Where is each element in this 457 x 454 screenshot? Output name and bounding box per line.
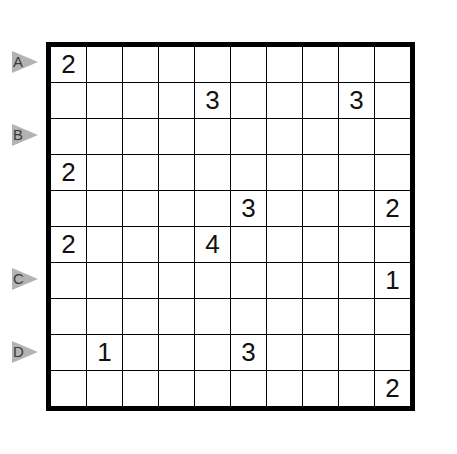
cell-r2c10[interactable] xyxy=(375,83,413,119)
cell-r3c10[interactable] xyxy=(375,119,413,155)
cell-r4c4[interactable] xyxy=(159,155,195,191)
cell-r1c3[interactable] xyxy=(123,45,159,83)
cell-r8c7[interactable] xyxy=(267,299,303,335)
cell-r7c3[interactable] xyxy=(123,263,159,299)
cell-r4c9[interactable] xyxy=(339,155,375,191)
cell-r1c9[interactable] xyxy=(339,45,375,83)
cell-r4c2[interactable] xyxy=(87,155,123,191)
board-row-9: 13 xyxy=(49,335,413,371)
cell-r8c6[interactable] xyxy=(231,299,267,335)
cell-r6c8[interactable] xyxy=(303,227,339,263)
cell-r4c8[interactable] xyxy=(303,155,339,191)
cell-r3c8[interactable] xyxy=(303,119,339,155)
cell-r5c2[interactable] xyxy=(87,191,123,227)
cell-r6c9[interactable] xyxy=(339,227,375,263)
cell-r3c2[interactable] xyxy=(87,119,123,155)
cell-r2c8[interactable] xyxy=(303,83,339,119)
row-marker-B: B xyxy=(8,124,38,146)
cell-r4c10[interactable] xyxy=(375,155,413,191)
cell-r9c6[interactable]: 3 xyxy=(231,335,267,371)
cell-r6c7[interactable] xyxy=(267,227,303,263)
cell-r2c7[interactable] xyxy=(267,83,303,119)
cell-r5c7[interactable] xyxy=(267,191,303,227)
cell-r10c1[interactable] xyxy=(49,371,87,409)
cell-r9c7[interactable] xyxy=(267,335,303,371)
cell-r7c9[interactable] xyxy=(339,263,375,299)
cell-r6c3[interactable] xyxy=(123,227,159,263)
cell-r8c9[interactable] xyxy=(339,299,375,335)
cell-r5c9[interactable] xyxy=(339,191,375,227)
cell-r4c5[interactable] xyxy=(195,155,231,191)
cell-r4c6[interactable] xyxy=(231,155,267,191)
cell-r7c1[interactable] xyxy=(49,263,87,299)
cell-r3c1[interactable] xyxy=(49,119,87,155)
cell-r8c2[interactable] xyxy=(87,299,123,335)
cell-r10c7[interactable] xyxy=(267,371,303,409)
cell-r9c10[interactable] xyxy=(375,335,413,371)
cell-r10c6[interactable] xyxy=(231,371,267,409)
row-marker-label: C xyxy=(13,270,24,287)
cell-r5c5[interactable] xyxy=(195,191,231,227)
cell-r8c4[interactable] xyxy=(159,299,195,335)
cell-r2c6[interactable] xyxy=(231,83,267,119)
cell-r2c4[interactable] xyxy=(159,83,195,119)
cell-r10c9[interactable] xyxy=(339,371,375,409)
cell-r7c2[interactable] xyxy=(87,263,123,299)
board-row-2: 33 xyxy=(49,83,413,119)
cell-r1c1[interactable]: 2 xyxy=(49,45,87,83)
cell-r3c9[interactable] xyxy=(339,119,375,155)
puzzle-page: ABCD 233232241132 xyxy=(0,0,457,454)
cell-r3c5[interactable] xyxy=(195,119,231,155)
cell-r7c10[interactable]: 1 xyxy=(375,263,413,299)
cell-r4c1[interactable]: 2 xyxy=(49,155,87,191)
cell-r7c4[interactable] xyxy=(159,263,195,299)
row-marker-D: D xyxy=(8,341,38,363)
cell-r2c2[interactable] xyxy=(87,83,123,119)
cell-r10c3[interactable] xyxy=(123,371,159,409)
puzzle-grid: 233232241132 xyxy=(46,42,415,411)
cell-r6c4[interactable] xyxy=(159,227,195,263)
cell-r9c2[interactable]: 1 xyxy=(87,335,123,371)
cell-r1c10[interactable] xyxy=(375,45,413,83)
cell-r3c7[interactable] xyxy=(267,119,303,155)
board-row-4: 2 xyxy=(49,155,413,191)
cell-r1c2[interactable] xyxy=(87,45,123,83)
board-row-1: 2 xyxy=(49,45,413,83)
board-row-6: 24 xyxy=(49,227,413,263)
board-row-5: 32 xyxy=(49,191,413,227)
cell-r1c5[interactable] xyxy=(195,45,231,83)
cell-r1c8[interactable] xyxy=(303,45,339,83)
cell-r5c8[interactable] xyxy=(303,191,339,227)
board-row-3 xyxy=(49,119,413,155)
cell-r9c8[interactable] xyxy=(303,335,339,371)
cell-r3c4[interactable] xyxy=(159,119,195,155)
cell-r10c8[interactable] xyxy=(303,371,339,409)
cell-r3c6[interactable] xyxy=(231,119,267,155)
cell-r8c10[interactable] xyxy=(375,299,413,335)
cell-r6c5[interactable]: 4 xyxy=(195,227,231,263)
cell-r4c7[interactable] xyxy=(267,155,303,191)
cell-r9c5[interactable] xyxy=(195,335,231,371)
row-marker-A: A xyxy=(8,51,38,73)
cell-r9c9[interactable] xyxy=(339,335,375,371)
cell-r5c4[interactable] xyxy=(159,191,195,227)
cell-r8c1[interactable] xyxy=(49,299,87,335)
board-row-7: 1 xyxy=(49,263,413,299)
cell-r8c8[interactable] xyxy=(303,299,339,335)
cell-r5c3[interactable] xyxy=(123,191,159,227)
cell-r6c2[interactable] xyxy=(87,227,123,263)
cell-r1c7[interactable] xyxy=(267,45,303,83)
board-row-8 xyxy=(49,299,413,335)
cell-r7c7[interactable] xyxy=(267,263,303,299)
cell-r1c4[interactable] xyxy=(159,45,195,83)
cell-r3c3[interactable] xyxy=(123,119,159,155)
cell-r5c6[interactable]: 3 xyxy=(231,191,267,227)
cell-r9c4[interactable] xyxy=(159,335,195,371)
cell-r9c3[interactable] xyxy=(123,335,159,371)
cell-r10c10[interactable]: 2 xyxy=(375,371,413,409)
cell-r2c9[interactable]: 3 xyxy=(339,83,375,119)
cell-r8c3[interactable] xyxy=(123,299,159,335)
cell-r1c6[interactable] xyxy=(231,45,267,83)
cell-r7c6[interactable] xyxy=(231,263,267,299)
cell-r6c10[interactable] xyxy=(375,227,413,263)
cell-r9c1[interactable] xyxy=(49,335,87,371)
cell-r10c5[interactable] xyxy=(195,371,231,409)
cell-r6c6[interactable] xyxy=(231,227,267,263)
row-marker-C: C xyxy=(8,268,38,290)
cell-r7c8[interactable] xyxy=(303,263,339,299)
cell-r5c1[interactable] xyxy=(49,191,87,227)
cell-r2c5[interactable]: 3 xyxy=(195,83,231,119)
cell-r2c1[interactable] xyxy=(49,83,87,119)
cell-r4c3[interactable] xyxy=(123,155,159,191)
board-row-10: 2 xyxy=(49,371,413,409)
row-marker-label: B xyxy=(13,126,23,143)
cell-r2c3[interactable] xyxy=(123,83,159,119)
cell-r5c10[interactable]: 2 xyxy=(375,191,413,227)
cell-r8c5[interactable] xyxy=(195,299,231,335)
cell-r10c4[interactable] xyxy=(159,371,195,409)
row-marker-label: D xyxy=(13,343,24,360)
row-marker-label: A xyxy=(13,53,23,70)
cell-r6c1[interactable]: 2 xyxy=(49,227,87,263)
cell-r7c5[interactable] xyxy=(195,263,231,299)
cell-r10c2[interactable] xyxy=(87,371,123,409)
